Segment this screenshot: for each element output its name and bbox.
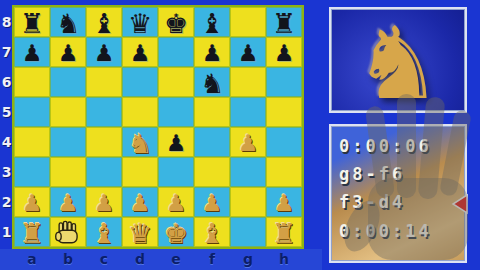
- square-h6[interactable]: [266, 67, 302, 97]
- square-a7[interactable]: ♟: [14, 37, 50, 67]
- black-pawn[interactable]: ♟: [202, 42, 223, 65]
- square-f8[interactable]: ♝: [194, 7, 230, 37]
- white-pawn[interactable]: ♟: [274, 192, 295, 215]
- square-e7[interactable]: [158, 37, 194, 67]
- black-pawn[interactable]: ♟: [94, 42, 115, 65]
- file-label-f: f: [194, 249, 230, 269]
- white-clock: 0:00:14: [339, 221, 432, 241]
- square-b7[interactable]: ♟: [50, 37, 86, 67]
- square-h3[interactable]: [266, 157, 302, 187]
- square-c5[interactable]: [86, 97, 122, 127]
- white-king[interactable]: ♚: [164, 220, 188, 247]
- square-a2[interactable]: ♟: [14, 187, 50, 217]
- black-knight[interactable]: ♞: [56, 10, 80, 37]
- square-e3[interactable]: [158, 157, 194, 187]
- square-a6[interactable]: [14, 67, 50, 97]
- square-a4[interactable]: [14, 127, 50, 157]
- square-h4[interactable]: [266, 127, 302, 157]
- square-f6[interactable]: ♞: [194, 67, 230, 97]
- white-bishop[interactable]: ♝: [92, 220, 116, 247]
- file-label-c: c: [86, 249, 122, 269]
- square-g2[interactable]: [230, 187, 266, 217]
- square-g8[interactable]: [230, 7, 266, 37]
- square-e4[interactable]: ♟: [158, 127, 194, 157]
- square-d3[interactable]: [122, 157, 158, 187]
- square-e1[interactable]: ♚: [158, 217, 194, 247]
- square-b6[interactable]: [50, 67, 86, 97]
- square-b8[interactable]: ♞: [50, 7, 86, 37]
- square-g6[interactable]: [230, 67, 266, 97]
- knight-3d-icon: ♞: [353, 14, 443, 113]
- white-last-move: f3-d4: [339, 192, 405, 212]
- square-b2[interactable]: ♟: [50, 187, 86, 217]
- square-e8[interactable]: ♚: [158, 7, 194, 37]
- black-pawn[interactable]: ♟: [22, 42, 43, 65]
- square-f3[interactable]: [194, 157, 230, 187]
- square-c8[interactable]: ♝: [86, 7, 122, 37]
- white-queen[interactable]: ♛: [128, 220, 152, 247]
- square-d2[interactable]: ♟: [122, 187, 158, 217]
- square-d7[interactable]: ♟: [122, 37, 158, 67]
- square-d4[interactable]: ♞: [122, 127, 158, 157]
- square-c7[interactable]: ♟: [86, 37, 122, 67]
- hand-cursor: [54, 220, 82, 245]
- square-h1[interactable]: ♜: [266, 217, 302, 247]
- square-a1[interactable]: ♜: [14, 217, 50, 247]
- black-bishop[interactable]: ♝: [200, 10, 224, 37]
- square-h8[interactable]: ♜: [266, 7, 302, 37]
- black-pawn[interactable]: ♟: [274, 42, 295, 65]
- white-pawn[interactable]: ♟: [238, 132, 259, 155]
- white-rook[interactable]: ♜: [20, 220, 44, 247]
- white-pawn[interactable]: ♟: [166, 192, 187, 215]
- square-f4[interactable]: [194, 127, 230, 157]
- square-h5[interactable]: [266, 97, 302, 127]
- square-b3[interactable]: [50, 157, 86, 187]
- square-g3[interactable]: [230, 157, 266, 187]
- white-knight[interactable]: ♞: [128, 130, 152, 157]
- square-e5[interactable]: [158, 97, 194, 127]
- black-queen[interactable]: ♛: [128, 10, 152, 37]
- file-label-band: abcdefgh: [0, 249, 322, 270]
- square-g1[interactable]: [230, 217, 266, 247]
- square-e6[interactable]: [158, 67, 194, 97]
- game-screen: 87654321 ♜♞♝♛♚♝♜♟♟♟♟♟♟♟♞♞♟♟♟♟♟♟♟♟♟♜ ♝♛♚♝…: [0, 0, 480, 270]
- black-last-move: g8-f6: [339, 164, 405, 184]
- file-label-h: h: [266, 249, 302, 269]
- black-pawn[interactable]: ♟: [166, 132, 187, 155]
- square-f5[interactable]: [194, 97, 230, 127]
- file-label-d: d: [122, 249, 158, 269]
- square-g4[interactable]: ♟: [230, 127, 266, 157]
- black-clock: 0:00:06: [339, 136, 432, 156]
- file-label-b: b: [50, 249, 86, 269]
- file-label-e: e: [158, 249, 194, 269]
- square-c4[interactable]: [86, 127, 122, 157]
- square-c6[interactable]: [86, 67, 122, 97]
- square-d5[interactable]: [122, 97, 158, 127]
- white-pawn[interactable]: ♟: [130, 192, 151, 215]
- board-frame: ♜♞♝♛♚♝♜♟♟♟♟♟♟♟♞♞♟♟♟♟♟♟♟♟♟♜ ♝♛♚♝♜: [12, 5, 304, 249]
- white-bishop[interactable]: ♝: [200, 220, 224, 247]
- black-pawn[interactable]: ♟: [130, 42, 151, 65]
- square-d8[interactable]: ♛: [122, 7, 158, 37]
- file-label-g: g: [230, 249, 266, 269]
- knight-display-panel: ♞: [329, 7, 467, 113]
- turn-indicator-arrow: [450, 193, 470, 215]
- file-labels: abcdefgh: [14, 249, 302, 269]
- square-f1[interactable]: ♝: [194, 217, 230, 247]
- black-pawn[interactable]: ♟: [58, 42, 79, 65]
- square-e2[interactable]: ♟: [158, 187, 194, 217]
- square-g5[interactable]: [230, 97, 266, 127]
- square-a5[interactable]: [14, 97, 50, 127]
- white-pawn[interactable]: ♟: [22, 192, 43, 215]
- black-rook[interactable]: ♜: [272, 10, 296, 37]
- black-bishop[interactable]: ♝: [92, 10, 116, 37]
- white-pawn[interactable]: ♟: [94, 192, 115, 215]
- clock-move-panel: 0:00:06 g8-f6 f3-d4 0:00:14: [329, 124, 467, 263]
- black-knight[interactable]: ♞: [200, 70, 224, 97]
- square-b5[interactable]: [50, 97, 86, 127]
- square-b4[interactable]: [50, 127, 86, 157]
- square-a3[interactable]: [14, 157, 50, 187]
- black-king[interactable]: ♚: [164, 10, 188, 37]
- white-pawn[interactable]: ♟: [202, 192, 223, 215]
- square-d1[interactable]: ♛: [122, 217, 158, 247]
- square-f2[interactable]: ♟: [194, 187, 230, 217]
- square-a8[interactable]: ♜: [14, 7, 50, 37]
- chess-board: ♜♞♝♛♚♝♜♟♟♟♟♟♟♟♞♞♟♟♟♟♟♟♟♟♟♜ ♝♛♚♝♜: [14, 7, 302, 247]
- square-h2[interactable]: ♟: [266, 187, 302, 217]
- file-label-a: a: [14, 249, 50, 269]
- square-f7[interactable]: ♟: [194, 37, 230, 67]
- square-d6[interactable]: [122, 67, 158, 97]
- white-rook[interactable]: ♜: [272, 220, 296, 247]
- square-c1[interactable]: ♝: [86, 217, 122, 247]
- square-c3[interactable]: [86, 157, 122, 187]
- black-rook[interactable]: ♜: [20, 10, 44, 37]
- square-g7[interactable]: ♟: [230, 37, 266, 67]
- black-pawn[interactable]: ♟: [238, 42, 259, 65]
- white-pawn[interactable]: ♟: [58, 192, 79, 215]
- square-b1[interactable]: [50, 217, 86, 247]
- square-c2[interactable]: ♟: [86, 187, 122, 217]
- square-h7[interactable]: ♟: [266, 37, 302, 67]
